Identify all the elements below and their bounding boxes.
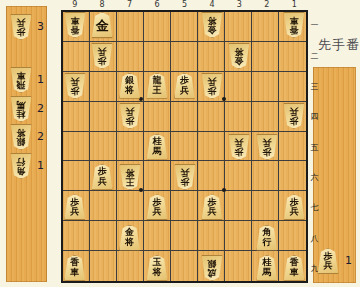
square-5h[interactable] (171, 221, 198, 251)
square-9e[interactable] (63, 132, 90, 162)
file-label-7: 7 (124, 0, 136, 9)
square-5d[interactable] (171, 102, 198, 132)
piece-kanji: 兵 (262, 137, 271, 147)
piece-kanji: 歩 (70, 86, 79, 96)
square-2a[interactable] (252, 12, 279, 42)
piece-kanji: 馬 (153, 147, 162, 157)
square-7b[interactable] (117, 42, 144, 72)
square-8d[interactable] (90, 102, 117, 132)
rank-label-2: 二 (309, 52, 320, 61)
square-6d[interactable] (144, 102, 171, 132)
piece-kanji: 兵 (290, 207, 299, 217)
square-1e[interactable] (279, 132, 306, 162)
file-label-3: 3 (233, 0, 245, 9)
piece-kanji: 兵 (207, 76, 216, 86)
piece-kanji: 銀 (207, 258, 216, 268)
square-8c[interactable] (90, 72, 117, 102)
gote-hand-count-silver: 2 (37, 131, 44, 143)
square-8i[interactable] (90, 251, 117, 281)
piece-kanji: 歩 (290, 116, 299, 126)
piece-kanji: 将 (125, 86, 134, 96)
square-9h[interactable] (63, 221, 90, 251)
piece-kanji: 兵 (98, 46, 107, 56)
file-label-8: 8 (96, 0, 108, 9)
piece-kanji: 兵 (235, 137, 244, 147)
square-4h[interactable] (198, 221, 225, 251)
gote-hand-count-pawn: 3 (37, 21, 44, 33)
piece-kanji: 車 (70, 268, 79, 278)
piece-kanji: 兵 (180, 86, 189, 96)
square-2g[interactable] (252, 191, 279, 221)
file-label-5: 5 (179, 0, 191, 9)
piece-kanji: 歩 (125, 116, 134, 126)
square-3i[interactable] (225, 251, 252, 281)
square-9f[interactable] (63, 161, 90, 191)
piece-kanji: 車 (17, 71, 26, 81)
square-5a[interactable] (171, 12, 198, 42)
piece-kanji: 兵 (180, 167, 189, 177)
piece-kanji: 兵 (17, 18, 26, 28)
square-8e[interactable] (90, 132, 117, 162)
turn-indicator: 先手番 (318, 36, 360, 54)
piece-kanji: 王 (153, 86, 162, 96)
piece-kanji: 香 (290, 25, 299, 35)
piece-kanji: 兵 (125, 107, 134, 117)
piece-kanji: 成 (207, 268, 216, 278)
piece-kanji: 車 (290, 16, 299, 26)
square-8g[interactable] (90, 191, 117, 221)
rank-label-1: 一 (309, 21, 320, 30)
sente-hand-count-pawn: 1 (345, 255, 352, 267)
square-1f[interactable] (279, 161, 306, 191)
star-point (222, 97, 226, 101)
piece-kanji: 将 (153, 268, 162, 278)
square-6h[interactable] (144, 221, 171, 251)
piece-kanji: 行 (262, 238, 271, 248)
file-label-6: 6 (151, 0, 163, 9)
star-point (222, 188, 226, 192)
gote-hand-count-bishop: 1 (37, 160, 44, 172)
file-label-2: 2 (261, 0, 273, 9)
piece-kanji: 兵 (70, 76, 79, 86)
rank-label-7: 七 (309, 203, 320, 212)
square-1h[interactable] (279, 221, 306, 251)
piece-kanji: 金 (96, 18, 109, 33)
square-5i[interactable] (171, 251, 198, 281)
square-5b[interactable] (171, 42, 198, 72)
piece-kanji: 馬 (17, 100, 26, 110)
square-3g[interactable] (225, 191, 252, 221)
rank-label-5: 五 (309, 143, 320, 152)
square-2d[interactable] (252, 102, 279, 132)
piece-kanji: 将 (17, 128, 26, 138)
square-6a[interactable] (144, 12, 171, 42)
square-1b[interactable] (279, 42, 306, 72)
piece-kanji: 車 (70, 16, 79, 26)
gote-hand-count-rook: 1 (37, 74, 44, 86)
piece-kanji: 飛 (17, 80, 26, 90)
square-3c[interactable] (225, 72, 252, 102)
piece-kanji: 金 (207, 25, 216, 35)
piece-kanji: 香 (70, 25, 79, 35)
piece-kanji: 桂 (17, 109, 26, 119)
square-4e[interactable] (198, 132, 225, 162)
square-7a[interactable] (117, 12, 144, 42)
square-5g[interactable] (171, 191, 198, 221)
rank-label-4: 四 (309, 112, 320, 121)
piece-kanji: 将 (207, 16, 216, 26)
piece-kanji: 兵 (70, 207, 79, 217)
square-4d[interactable] (198, 102, 225, 132)
piece-kanji: 行 (17, 157, 26, 167)
piece-kanji: 兵 (324, 261, 333, 271)
square-6f[interactable] (144, 161, 171, 191)
square-5e[interactable] (171, 132, 198, 162)
file-label-9: 9 (69, 0, 81, 9)
piece-kanji: 王 (125, 177, 134, 187)
square-3a[interactable] (225, 12, 252, 42)
rank-label-8: 八 (309, 234, 320, 243)
square-2c[interactable] (252, 72, 279, 102)
square-4f[interactable] (198, 161, 225, 191)
square-3f[interactable] (225, 161, 252, 191)
piece-kanji: 兵 (207, 207, 216, 217)
piece-kanji: 将 (125, 238, 134, 248)
piece-kanji: 車 (290, 268, 299, 278)
square-7i[interactable] (117, 251, 144, 281)
piece-kanji: 歩 (207, 86, 216, 96)
rank-label-3: 三 (309, 82, 320, 91)
file-label-1: 1 (288, 0, 300, 9)
piece-kanji: 将 (125, 167, 134, 177)
square-7g[interactable] (117, 191, 144, 221)
square-3d[interactable] (225, 102, 252, 132)
square-9d[interactable] (63, 102, 90, 132)
piece-kanji: 兵 (290, 107, 299, 117)
file-label-4: 4 (206, 0, 218, 9)
rank-label-6: 六 (309, 173, 320, 182)
square-1c[interactable] (279, 72, 306, 102)
square-7e[interactable] (117, 132, 144, 162)
square-6b[interactable] (144, 42, 171, 72)
square-3h[interactable] (225, 221, 252, 251)
piece-kanji: 銀 (17, 137, 26, 147)
piece-kanji: 歩 (17, 27, 26, 37)
piece-kanji: 兵 (98, 177, 107, 187)
square-8h[interactable] (90, 221, 117, 251)
piece-kanji: 兵 (153, 207, 162, 217)
piece-kanji: 歩 (180, 177, 189, 187)
square-2b[interactable] (252, 42, 279, 72)
square-4b[interactable] (198, 42, 225, 72)
square-2f[interactable] (252, 161, 279, 191)
shogi-app: 先手番 香車金金将香車歩兵金将歩兵銀将龍王歩兵歩兵歩兵歩兵桂馬歩兵歩兵歩兵王将歩… (0, 0, 360, 287)
square-9b[interactable] (63, 42, 90, 72)
piece-kanji: 角 (17, 166, 26, 176)
gote-hand-count-knight: 2 (37, 103, 44, 115)
piece-kanji: 将 (235, 46, 244, 56)
piece-kanji: 馬 (262, 268, 271, 278)
